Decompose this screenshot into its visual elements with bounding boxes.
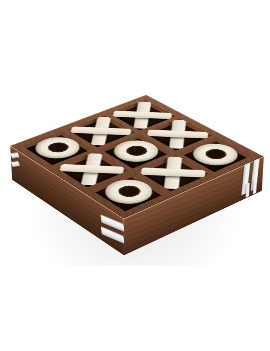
x-bar (164, 157, 182, 190)
piece-o[interactable] (27, 133, 88, 163)
metal-strip-left-corner-1 (11, 152, 20, 158)
x-bar (59, 164, 124, 174)
metal-strip-right-corner-1 (253, 179, 257, 194)
metal-strip-left-corner-2 (11, 161, 20, 167)
piece-o[interactable] (184, 140, 247, 170)
x-bar (147, 130, 208, 139)
x-bar (70, 126, 131, 135)
piece-o[interactable] (96, 175, 162, 209)
board[interactable] (10, 95, 264, 219)
product-photo (0, 0, 270, 351)
x-bar (81, 153, 103, 185)
x-bar (141, 168, 206, 178)
x-bar (113, 111, 173, 119)
metal-strip-right-corner-2 (246, 182, 250, 197)
